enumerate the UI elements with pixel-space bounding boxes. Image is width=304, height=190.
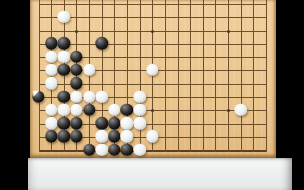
- board-cell[interactable]: [146, 11, 159, 24]
- board-cell[interactable]: [33, 91, 46, 104]
- board-cell[interactable]: [71, 144, 84, 157]
- board-cell[interactable]: [248, 64, 261, 77]
- board-cell[interactable]: [172, 64, 185, 77]
- white-stone: [146, 130, 158, 142]
- board-cell[interactable]: [83, 104, 96, 117]
- board-cell[interactable]: [146, 104, 159, 117]
- board-cell[interactable]: [134, 144, 147, 157]
- board-cell[interactable]: [197, 78, 210, 91]
- board-cell[interactable]: [58, 0, 71, 11]
- black-stone: [108, 144, 120, 156]
- board-cell[interactable]: [210, 131, 223, 144]
- black-stone: [70, 130, 82, 142]
- board-cell[interactable]: [197, 104, 210, 117]
- board-cell[interactable]: [83, 78, 96, 91]
- board-cell[interactable]: [235, 51, 248, 64]
- black-stone: [108, 117, 120, 129]
- board-cell[interactable]: [109, 117, 122, 130]
- white-stone: [121, 117, 133, 129]
- board-cell[interactable]: [159, 0, 172, 11]
- board-cell[interactable]: [222, 78, 235, 91]
- board-cell[interactable]: [159, 78, 172, 91]
- white-stone: [146, 64, 158, 76]
- board-cell[interactable]: [58, 64, 71, 77]
- board-cell[interactable]: [83, 11, 96, 24]
- board-cell[interactable]: [159, 64, 172, 77]
- white-stone: [45, 77, 57, 89]
- board-cell[interactable]: [121, 51, 134, 64]
- board-cell[interactable]: [248, 144, 261, 157]
- white-stone: [108, 104, 120, 116]
- board-cell[interactable]: [197, 64, 210, 77]
- board-cell[interactable]: [146, 78, 159, 91]
- board-cell[interactable]: [197, 144, 210, 157]
- board-cell[interactable]: [121, 11, 134, 24]
- black-stone: [58, 117, 70, 129]
- board-cell[interactable]: [197, 0, 210, 11]
- board-cell[interactable]: [260, 131, 273, 144]
- black-stone: [45, 37, 57, 49]
- board-cell[interactable]: [134, 91, 147, 104]
- board-cell[interactable]: [134, 78, 147, 91]
- board-cell[interactable]: [83, 0, 96, 11]
- board-cell[interactable]: [96, 144, 109, 157]
- board-cell[interactable]: [222, 91, 235, 104]
- board-cell[interactable]: [184, 104, 197, 117]
- board-cell[interactable]: [96, 91, 109, 104]
- board-cell[interactable]: [222, 117, 235, 130]
- board-cell[interactable]: [58, 104, 71, 117]
- board-cell[interactable]: [184, 24, 197, 37]
- board-cell[interactable]: [172, 0, 185, 11]
- board-cell[interactable]: [210, 78, 223, 91]
- white-stone: [235, 104, 247, 116]
- white-stone: [45, 64, 57, 76]
- white-stone: [70, 90, 82, 102]
- board-cell[interactable]: [210, 38, 223, 51]
- board-cell[interactable]: [45, 144, 58, 157]
- board-cell[interactable]: [172, 78, 185, 91]
- board-cell[interactable]: [109, 104, 122, 117]
- board-cell[interactable]: [109, 131, 122, 144]
- board-cell[interactable]: [159, 131, 172, 144]
- board-cell[interactable]: [33, 131, 46, 144]
- board-cell[interactable]: [197, 91, 210, 104]
- board-cell[interactable]: [248, 104, 261, 117]
- board-cell[interactable]: [45, 117, 58, 130]
- white-stone: [58, 104, 70, 116]
- white-stone: [96, 130, 108, 142]
- star-point: [151, 109, 154, 112]
- board-cell[interactable]: [96, 131, 109, 144]
- board-cell[interactable]: [159, 104, 172, 117]
- board-cell[interactable]: [260, 117, 273, 130]
- board-cell[interactable]: [45, 24, 58, 37]
- board-cell[interactable]: [134, 51, 147, 64]
- last-move-marker: [33, 91, 39, 97]
- board-cell[interactable]: [184, 144, 197, 157]
- board-cell[interactable]: [83, 38, 96, 51]
- board-cell[interactable]: [146, 24, 159, 37]
- board-cell[interactable]: [210, 64, 223, 77]
- board-cell[interactable]: [96, 51, 109, 64]
- board-cell[interactable]: [96, 38, 109, 51]
- board-cell[interactable]: [159, 144, 172, 157]
- board-cell[interactable]: [45, 91, 58, 104]
- board-cell[interactable]: [184, 38, 197, 51]
- board-cell[interactable]: [134, 104, 147, 117]
- black-stone: [121, 144, 133, 156]
- board-cell[interactable]: [222, 51, 235, 64]
- black-stone: [58, 64, 70, 76]
- board-cell[interactable]: [121, 24, 134, 37]
- board-cell[interactable]: [159, 11, 172, 24]
- board-cell[interactable]: [210, 24, 223, 37]
- board-cell[interactable]: [184, 78, 197, 91]
- black-stone: [96, 37, 108, 49]
- board-cell[interactable]: [248, 117, 261, 130]
- board-cell[interactable]: [260, 104, 273, 117]
- white-stone: [96, 144, 108, 156]
- board-cell[interactable]: [71, 131, 84, 144]
- board-cell[interactable]: [222, 104, 235, 117]
- video-frame: [0, 0, 304, 190]
- board-cell[interactable]: [121, 144, 134, 157]
- board-cell[interactable]: [184, 51, 197, 64]
- black-stone: [70, 77, 82, 89]
- board-cell[interactable]: [222, 131, 235, 144]
- board-cell[interactable]: [235, 11, 248, 24]
- board-cell[interactable]: [109, 11, 122, 24]
- board-cell[interactable]: [109, 0, 122, 11]
- board-cell[interactable]: [197, 24, 210, 37]
- board-cell[interactable]: [33, 78, 46, 91]
- board-cell[interactable]: [248, 11, 261, 24]
- board-cell[interactable]: [33, 24, 46, 37]
- board-cell[interactable]: [184, 64, 197, 77]
- goban-grid: [33, 0, 273, 157]
- board-cell[interactable]: [184, 11, 197, 24]
- board-cell[interactable]: [121, 0, 134, 11]
- black-stone: [96, 117, 108, 129]
- board-cell[interactable]: [222, 11, 235, 24]
- board-cell[interactable]: [146, 131, 159, 144]
- board-cell[interactable]: [109, 51, 122, 64]
- board-cell[interactable]: [121, 64, 134, 77]
- board-cell[interactable]: [146, 51, 159, 64]
- go-board[interactable]: [30, 0, 276, 158]
- board-cell[interactable]: [172, 38, 185, 51]
- board-cell[interactable]: [235, 0, 248, 11]
- white-stone: [70, 104, 82, 116]
- black-stone: [70, 117, 82, 129]
- board-cell[interactable]: [172, 24, 185, 37]
- board-cell[interactable]: [83, 91, 96, 104]
- board-cell[interactable]: [184, 131, 197, 144]
- board-cell[interactable]: [109, 38, 122, 51]
- board-cell[interactable]: [172, 131, 185, 144]
- board-cell[interactable]: [248, 51, 261, 64]
- board-cell[interactable]: [235, 91, 248, 104]
- board-cell[interactable]: [45, 0, 58, 11]
- board-cell[interactable]: [235, 117, 248, 130]
- white-stone: [133, 90, 145, 102]
- board-cell[interactable]: [260, 11, 273, 24]
- white-stone: [96, 90, 108, 102]
- board-cell[interactable]: [109, 91, 122, 104]
- star-point: [151, 30, 154, 33]
- board-cell[interactable]: [159, 117, 172, 130]
- board-cell[interactable]: [45, 104, 58, 117]
- board-cell[interactable]: [83, 24, 96, 37]
- board-cell[interactable]: [159, 91, 172, 104]
- board-cell[interactable]: [121, 104, 134, 117]
- board-cell[interactable]: [33, 11, 46, 24]
- board-cell[interactable]: [260, 78, 273, 91]
- board-cell[interactable]: [159, 24, 172, 37]
- board-cell[interactable]: [96, 117, 109, 130]
- board-cell[interactable]: [235, 64, 248, 77]
- board-cell[interactable]: [235, 38, 248, 51]
- board-cell[interactable]: [260, 91, 273, 104]
- board-cell[interactable]: [222, 24, 235, 37]
- white-stone: [83, 90, 95, 102]
- black-stone: [32, 90, 44, 102]
- board-cell[interactable]: [134, 117, 147, 130]
- letterbox-right: [276, 0, 304, 158]
- board-cell[interactable]: [121, 131, 134, 144]
- white-stone: [58, 50, 70, 62]
- board-cell[interactable]: [109, 24, 122, 37]
- board-cell[interactable]: [210, 104, 223, 117]
- board-cell[interactable]: [71, 78, 84, 91]
- board-cell[interactable]: [248, 131, 261, 144]
- board-cell[interactable]: [33, 64, 46, 77]
- board-cell[interactable]: [235, 104, 248, 117]
- board-cell[interactable]: [210, 0, 223, 11]
- board-cell[interactable]: [159, 38, 172, 51]
- black-stone: [58, 90, 70, 102]
- board-cell[interactable]: [146, 64, 159, 77]
- board-cell[interactable]: [172, 51, 185, 64]
- board-cell[interactable]: [58, 117, 71, 130]
- board-cell[interactable]: [222, 0, 235, 11]
- board-cell[interactable]: [33, 144, 46, 157]
- board-cell[interactable]: [71, 11, 84, 24]
- board-cell[interactable]: [45, 131, 58, 144]
- board-cell[interactable]: [109, 144, 122, 157]
- board-cell[interactable]: [134, 131, 147, 144]
- board-cell[interactable]: [146, 117, 159, 130]
- board-cell[interactable]: [121, 38, 134, 51]
- board-cell[interactable]: [33, 51, 46, 64]
- board-cell[interactable]: [235, 24, 248, 37]
- board-cell[interactable]: [83, 144, 96, 157]
- board-cell[interactable]: [260, 38, 273, 51]
- board-cell[interactable]: [96, 78, 109, 91]
- board-cell[interactable]: [71, 51, 84, 64]
- board-cell[interactable]: [172, 144, 185, 157]
- board-cell[interactable]: [146, 144, 159, 157]
- board-cell[interactable]: [197, 117, 210, 130]
- board-cell[interactable]: [172, 11, 185, 24]
- board-cell[interactable]: [146, 91, 159, 104]
- board-cell[interactable]: [197, 11, 210, 24]
- board-cell[interactable]: [210, 11, 223, 24]
- white-stone: [45, 117, 57, 129]
- black-stone: [83, 104, 95, 116]
- board-cell[interactable]: [197, 131, 210, 144]
- board-cell[interactable]: [121, 117, 134, 130]
- board-cell[interactable]: [184, 0, 197, 11]
- letterbox-left: [0, 0, 30, 158]
- board-cell[interactable]: [134, 24, 147, 37]
- board-cell[interactable]: [96, 64, 109, 77]
- board-cell[interactable]: [235, 78, 248, 91]
- black-stone: [58, 130, 70, 142]
- board-cell[interactable]: [71, 24, 84, 37]
- board-cell[interactable]: [83, 64, 96, 77]
- board-cell[interactable]: [96, 24, 109, 37]
- board-cell[interactable]: [45, 38, 58, 51]
- board-cell[interactable]: [134, 0, 147, 11]
- board-cell[interactable]: [58, 78, 71, 91]
- board-cell[interactable]: [45, 51, 58, 64]
- board-cell[interactable]: [96, 104, 109, 117]
- board-cell[interactable]: [71, 38, 84, 51]
- board-cell[interactable]: [184, 117, 197, 130]
- board-cell[interactable]: [260, 64, 273, 77]
- board-cell[interactable]: [58, 38, 71, 51]
- board-cell[interactable]: [71, 104, 84, 117]
- board-cell[interactable]: [109, 78, 122, 91]
- board-cell[interactable]: [210, 117, 223, 130]
- board-cell[interactable]: [109, 64, 122, 77]
- board-cell[interactable]: [172, 104, 185, 117]
- board-cell[interactable]: [260, 144, 273, 157]
- board-cell[interactable]: [71, 91, 84, 104]
- board-cell[interactable]: [248, 0, 261, 11]
- board-cell[interactable]: [248, 24, 261, 37]
- board-cell[interactable]: [71, 0, 84, 11]
- board-cell[interactable]: [248, 91, 261, 104]
- board-cell[interactable]: [33, 104, 46, 117]
- board-cell[interactable]: [134, 11, 147, 24]
- bottom-panel: [28, 158, 292, 190]
- black-stone: [45, 130, 57, 142]
- white-stone: [133, 117, 145, 129]
- board-cell[interactable]: [222, 144, 235, 157]
- black-stone: [121, 104, 133, 116]
- white-stone: [83, 64, 95, 76]
- board-cell[interactable]: [172, 117, 185, 130]
- board-cell[interactable]: [58, 131, 71, 144]
- star-point: [227, 109, 230, 112]
- board-cell[interactable]: [235, 131, 248, 144]
- board-cell[interactable]: [210, 144, 223, 157]
- board-cell[interactable]: [58, 91, 71, 104]
- board-cell[interactable]: [83, 117, 96, 130]
- board-cell[interactable]: [96, 0, 109, 11]
- board-cell[interactable]: [45, 78, 58, 91]
- board-cell[interactable]: [146, 38, 159, 51]
- white-stone: [133, 104, 145, 116]
- board-cell[interactable]: [172, 91, 185, 104]
- board-cell[interactable]: [83, 51, 96, 64]
- board-cell[interactable]: [121, 91, 134, 104]
- board-cell[interactable]: [146, 0, 159, 11]
- star-point: [227, 30, 230, 33]
- board-cell[interactable]: [248, 38, 261, 51]
- board-cell[interactable]: [235, 144, 248, 157]
- board-cell[interactable]: [184, 91, 197, 104]
- board-cell[interactable]: [134, 38, 147, 51]
- board-cell[interactable]: [210, 51, 223, 64]
- board-cell[interactable]: [58, 144, 71, 157]
- board-cell[interactable]: [58, 51, 71, 64]
- board-cell[interactable]: [260, 0, 273, 11]
- board-cell[interactable]: [33, 0, 46, 11]
- white-stone: [45, 104, 57, 116]
- board-cell[interactable]: [260, 51, 273, 64]
- board-cell[interactable]: [58, 24, 71, 37]
- board-cell[interactable]: [33, 38, 46, 51]
- board-cell[interactable]: [121, 78, 134, 91]
- board-cell[interactable]: [222, 38, 235, 51]
- board-cell[interactable]: [58, 11, 71, 24]
- white-stone: [45, 50, 57, 62]
- white-stone: [121, 130, 133, 142]
- board-cell[interactable]: [71, 117, 84, 130]
- board-cell[interactable]: [45, 11, 58, 24]
- board-cell[interactable]: [210, 91, 223, 104]
- board-cell[interactable]: [197, 51, 210, 64]
- black-stone: [70, 50, 82, 62]
- board-cell[interactable]: [45, 64, 58, 77]
- board-cell[interactable]: [33, 117, 46, 130]
- white-stone: [133, 144, 145, 156]
- board-cell[interactable]: [248, 78, 261, 91]
- board-cell[interactable]: [71, 64, 84, 77]
- board-cell[interactable]: [159, 51, 172, 64]
- board-cell[interactable]: [197, 38, 210, 51]
- black-stone: [83, 144, 95, 156]
- star-point: [75, 30, 78, 33]
- board-cell[interactable]: [96, 11, 109, 24]
- board-cell[interactable]: [260, 24, 273, 37]
- board-cell[interactable]: [83, 131, 96, 144]
- black-stone: [58, 37, 70, 49]
- board-cell[interactable]: [134, 64, 147, 77]
- board-cell[interactable]: [222, 64, 235, 77]
- white-stone: [58, 11, 70, 23]
- black-stone: [108, 130, 120, 142]
- black-stone: [70, 64, 82, 76]
